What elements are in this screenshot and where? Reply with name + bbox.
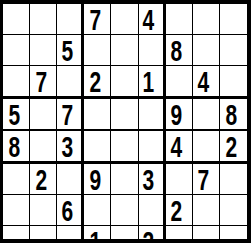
given-digit-5: 5 (8, 100, 20, 130)
cell-r2c8[interactable] (193, 35, 220, 66)
cell-r8c7: 2 (166, 195, 193, 226)
cell-r3c3[interactable] (57, 66, 84, 99)
cell-r7c4: 9 (84, 164, 111, 195)
cell-r4c8[interactable] (193, 99, 220, 130)
cell-r1c8[interactable] (193, 4, 220, 35)
given-digit-8: 8 (171, 36, 183, 66)
cell-r1c6: 4 (139, 4, 166, 35)
cell-r9c4: 1 (84, 226, 111, 243)
cell-r8c3: 6 (57, 195, 84, 226)
cell-r7c2: 2 (30, 164, 57, 195)
cell-r3c6: 1 (139, 66, 166, 99)
cell-r4c5[interactable] (111, 99, 138, 130)
given-digit-1: 1 (143, 67, 155, 97)
given-digit-7: 7 (35, 67, 47, 97)
cell-r2c6[interactable] (139, 35, 166, 66)
given-digit-2: 2 (226, 132, 238, 162)
cell-r9c8[interactable] (193, 226, 220, 243)
cell-r3c7[interactable] (166, 66, 193, 99)
cell-r2c9[interactable] (220, 35, 247, 66)
cell-r8c2[interactable] (30, 195, 57, 226)
cell-r1c4: 7 (84, 4, 111, 35)
given-digit-4: 4 (198, 67, 210, 97)
cell-r2c2[interactable] (30, 35, 57, 66)
cell-r4c7: 9 (166, 99, 193, 130)
given-digit-3: 3 (143, 165, 155, 195)
cell-r7c3[interactable] (57, 164, 84, 195)
given-digit-4: 4 (171, 132, 183, 162)
cell-r2c1[interactable] (3, 35, 30, 66)
given-digit-2: 2 (171, 196, 183, 226)
cell-r6c1: 8 (3, 131, 30, 164)
cell-r9c6: 2 (139, 226, 166, 243)
cell-r8c4[interactable] (84, 195, 111, 226)
given-digit-2: 2 (35, 165, 47, 195)
cell-r8c1[interactable] (3, 195, 30, 226)
cell-r7c6: 3 (139, 164, 166, 195)
cell-r9c5[interactable] (111, 226, 138, 243)
cell-r4c4[interactable] (84, 99, 111, 130)
cell-r6c3: 3 (57, 131, 84, 164)
cell-r1c9[interactable] (220, 4, 247, 35)
cell-r7c1[interactable] (3, 164, 30, 195)
cell-r1c1[interactable] (3, 4, 30, 35)
given-digit-8: 8 (226, 100, 238, 130)
cell-r9c3[interactable] (57, 226, 84, 243)
cell-r8c8[interactable] (193, 195, 220, 226)
cell-r2c4[interactable] (84, 35, 111, 66)
cell-r2c7: 8 (166, 35, 193, 66)
cell-r1c5[interactable] (111, 4, 138, 35)
cell-r9c2[interactable] (30, 226, 57, 243)
cell-r9c9[interactable] (220, 226, 247, 243)
cell-r6c4[interactable] (84, 131, 111, 164)
cell-r8c9[interactable] (220, 195, 247, 226)
cell-r1c2[interactable] (30, 4, 57, 35)
cell-r6c9: 2 (220, 131, 247, 164)
cell-r4c2[interactable] (30, 99, 57, 130)
cell-r2c3: 5 (57, 35, 84, 66)
cell-r1c7[interactable] (166, 4, 193, 35)
cell-r7c5[interactable] (111, 164, 138, 195)
cell-r6c5[interactable] (111, 131, 138, 164)
cell-r8c5[interactable] (111, 195, 138, 226)
cell-r4c6[interactable] (139, 99, 166, 130)
given-digit-6: 6 (61, 196, 73, 226)
cell-r3c5[interactable] (111, 66, 138, 99)
cell-r6c6[interactable] (139, 131, 166, 164)
cell-r6c2[interactable] (30, 131, 57, 164)
cell-r7c8: 7 (193, 164, 220, 195)
given-digit-8: 8 (8, 132, 20, 162)
cell-r4c9: 8 (220, 99, 247, 130)
cell-r9c7[interactable] (166, 226, 193, 243)
given-digit-9: 9 (90, 165, 102, 195)
cell-r3c1[interactable] (3, 66, 30, 99)
cell-r6c8[interactable] (193, 131, 220, 164)
cell-r9c1[interactable] (3, 226, 30, 243)
cell-r8c6[interactable] (139, 195, 166, 226)
given-digit-2: 2 (90, 67, 102, 97)
given-digit-2: 2 (143, 227, 155, 243)
cell-r7c9[interactable] (220, 164, 247, 195)
cell-r1c3[interactable] (57, 4, 84, 35)
cell-r3c2: 7 (30, 66, 57, 99)
cell-r4c1: 5 (3, 99, 30, 130)
cell-r7c7[interactable] (166, 164, 193, 195)
cell-r4c3: 7 (57, 99, 84, 130)
given-digit-7: 7 (90, 5, 102, 35)
cell-r2c5[interactable] (111, 35, 138, 66)
given-digit-5: 5 (61, 36, 73, 66)
given-digit-9: 9 (171, 100, 183, 130)
cell-r3c8: 4 (193, 66, 220, 99)
given-digit-3: 3 (61, 132, 73, 162)
given-digit-7: 7 (61, 100, 73, 130)
given-digit-4: 4 (143, 5, 155, 35)
given-digit-7: 7 (198, 165, 210, 195)
cell-r3c9[interactable] (220, 66, 247, 99)
sudoku-board: 745872145798834229376212 (0, 0, 251, 243)
cell-r3c4: 2 (84, 66, 111, 99)
given-digit-1: 1 (90, 227, 102, 243)
cell-r6c7: 4 (166, 131, 193, 164)
